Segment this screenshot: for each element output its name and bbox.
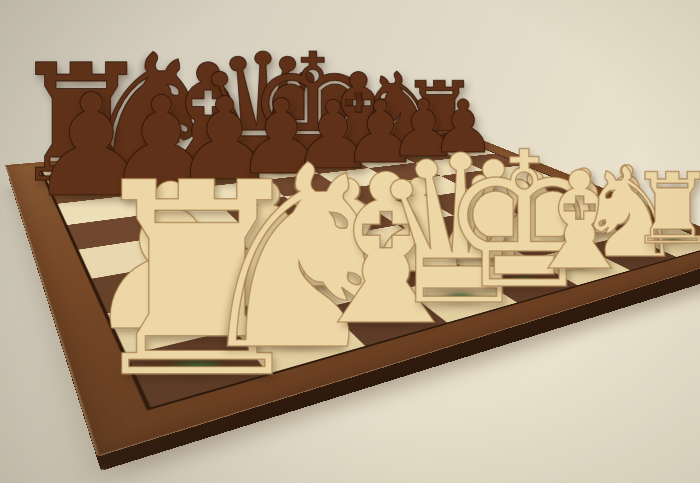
backdrop: ♜♞♝♛♚♝♞♜♟♟♟♟♟♟♟♟♟♟♟♟♟♟♟♟♜♞♝♛♚♝♞♜ bbox=[0, 0, 700, 483]
pieces-layer: ♜♞♝♛♚♝♞♜♟♟♟♟♟♟♟♟♟♟♟♟♟♟♟♟♜♞♝♛♚♝♞♜ bbox=[0, 0, 700, 483]
piece-white-rook: ♜ bbox=[629, 161, 700, 259]
